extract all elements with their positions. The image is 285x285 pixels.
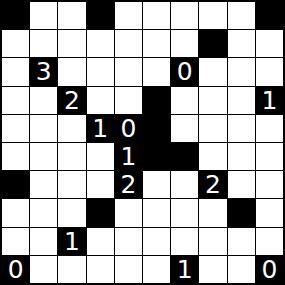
- cell-r8c6[interactable]: [171, 228, 198, 255]
- cell-r5c4: 1: [115, 143, 142, 170]
- cell-r4c2[interactable]: [58, 115, 85, 142]
- cell-r3c9: 1: [256, 87, 283, 114]
- cell-r8c1[interactable]: [30, 228, 57, 255]
- cell-r2c3[interactable]: [87, 58, 114, 85]
- cell-r7c3: [87, 199, 114, 226]
- cell-r4c3: 1: [87, 115, 114, 142]
- cell-r0c0: [2, 2, 29, 29]
- cell-r3c7[interactable]: [199, 87, 226, 114]
- cell-r7c9[interactable]: [256, 199, 283, 226]
- cell-r9c7[interactable]: [199, 256, 226, 283]
- cell-r5c6: [171, 143, 198, 170]
- clue-number: 1: [177, 257, 193, 282]
- cell-r2c4[interactable]: [115, 58, 142, 85]
- clue-number: 0: [8, 257, 24, 282]
- cell-r5c9[interactable]: [256, 143, 283, 170]
- cell-r6c7: 2: [199, 171, 226, 198]
- cell-r6c0: [2, 171, 29, 198]
- cell-r8c5[interactable]: [143, 228, 170, 255]
- cell-r1c0[interactable]: [2, 30, 29, 57]
- cell-r2c5[interactable]: [143, 58, 170, 85]
- cell-r0c3: [87, 2, 114, 29]
- cell-r8c7[interactable]: [199, 228, 226, 255]
- cell-r4c8[interactable]: [228, 115, 255, 142]
- cell-r0c2[interactable]: [58, 2, 85, 29]
- cell-r6c5[interactable]: [143, 171, 170, 198]
- cell-r8c8[interactable]: [228, 228, 255, 255]
- cell-r7c8: [228, 199, 255, 226]
- clue-number: 0: [120, 116, 136, 141]
- cell-r0c5[interactable]: [143, 2, 170, 29]
- cell-r4c6[interactable]: [171, 115, 198, 142]
- cell-r9c4[interactable]: [115, 256, 142, 283]
- cell-r9c3[interactable]: [87, 256, 114, 283]
- clue-number: 2: [205, 172, 221, 197]
- cell-r1c5[interactable]: [143, 30, 170, 57]
- cell-r7c6[interactable]: [171, 199, 198, 226]
- clue-number: 1: [92, 116, 108, 141]
- cell-r6c2[interactable]: [58, 171, 85, 198]
- cell-r4c0[interactable]: [2, 115, 29, 142]
- cell-r8c2: 1: [58, 228, 85, 255]
- cell-r2c8[interactable]: [228, 58, 255, 85]
- cell-r7c7[interactable]: [199, 199, 226, 226]
- cell-r8c4[interactable]: [115, 228, 142, 255]
- cell-r5c3[interactable]: [87, 143, 114, 170]
- cell-r7c5[interactable]: [143, 199, 170, 226]
- cell-r5c5: [143, 143, 170, 170]
- cell-r9c8[interactable]: [228, 256, 255, 283]
- cell-r4c4: 0: [115, 115, 142, 142]
- cell-r7c0[interactable]: [2, 199, 29, 226]
- cell-r9c1[interactable]: [30, 256, 57, 283]
- clue-number: 2: [120, 172, 136, 197]
- cell-r1c9[interactable]: [256, 30, 283, 57]
- cell-r8c3[interactable]: [87, 228, 114, 255]
- cell-r1c3[interactable]: [87, 30, 114, 57]
- cell-r6c6[interactable]: [171, 171, 198, 198]
- clue-number: 1: [64, 229, 80, 254]
- cell-r3c5: [143, 87, 170, 114]
- cell-r0c1[interactable]: [30, 2, 57, 29]
- cell-r2c0[interactable]: [2, 58, 29, 85]
- cell-r3c8[interactable]: [228, 87, 255, 114]
- cell-r2c9[interactable]: [256, 58, 283, 85]
- cell-r9c5[interactable]: [143, 256, 170, 283]
- cell-r5c2[interactable]: [58, 143, 85, 170]
- cell-r5c8[interactable]: [228, 143, 255, 170]
- cell-r4c1[interactable]: [30, 115, 57, 142]
- cell-r3c6[interactable]: [171, 87, 198, 114]
- cell-r9c2[interactable]: [58, 256, 85, 283]
- cell-r1c4[interactable]: [115, 30, 142, 57]
- clue-number: 3: [36, 59, 52, 84]
- cell-r0c4[interactable]: [115, 2, 142, 29]
- cell-r8c9[interactable]: [256, 228, 283, 255]
- cell-r6c1[interactable]: [30, 171, 57, 198]
- cell-r9c9: 0: [256, 256, 283, 283]
- cell-r9c0: 0: [2, 256, 29, 283]
- cell-r2c2[interactable]: [58, 58, 85, 85]
- clue-number: 1: [120, 144, 136, 169]
- cell-r7c2[interactable]: [58, 199, 85, 226]
- cell-r5c1[interactable]: [30, 143, 57, 170]
- cell-r1c2[interactable]: [58, 30, 85, 57]
- cell-r0c8[interactable]: [228, 2, 255, 29]
- cell-r5c0[interactable]: [2, 143, 29, 170]
- cell-r6c9[interactable]: [256, 171, 283, 198]
- cell-r1c6[interactable]: [171, 30, 198, 57]
- cell-r3c0[interactable]: [2, 87, 29, 114]
- cell-r4c9[interactable]: [256, 115, 283, 142]
- cell-r2c7[interactable]: [199, 58, 226, 85]
- cell-r6c8[interactable]: [228, 171, 255, 198]
- cell-r3c3[interactable]: [87, 87, 114, 114]
- cell-r3c2: 2: [58, 87, 85, 114]
- cell-r1c8[interactable]: [228, 30, 255, 57]
- cell-r1c7: [199, 30, 226, 57]
- cell-r3c1[interactable]: [30, 87, 57, 114]
- cell-r0c9: [256, 2, 283, 29]
- cell-r2c6: 0: [171, 58, 198, 85]
- cell-r0c7[interactable]: [199, 2, 226, 29]
- cell-r2c1: 3: [30, 58, 57, 85]
- cell-r6c3[interactable]: [87, 171, 114, 198]
- clue-number: 0: [177, 59, 193, 84]
- cell-r0c6[interactable]: [171, 2, 198, 29]
- cell-r7c1[interactable]: [30, 199, 57, 226]
- light-up-board: 3021101221010: [0, 0, 285, 285]
- clue-number: 2: [64, 88, 80, 113]
- cell-r3c4[interactable]: [115, 87, 142, 114]
- cell-r8c0[interactable]: [2, 228, 29, 255]
- clue-number: 1: [261, 88, 277, 113]
- cell-r9c6: 1: [171, 256, 198, 283]
- cell-r5c7[interactable]: [199, 143, 226, 170]
- cell-r7c4[interactable]: [115, 199, 142, 226]
- cell-r6c4: 2: [115, 171, 142, 198]
- cell-r4c5: [143, 115, 170, 142]
- cell-r4c7[interactable]: [199, 115, 226, 142]
- cell-r1c1[interactable]: [30, 30, 57, 57]
- clue-number: 0: [261, 257, 277, 282]
